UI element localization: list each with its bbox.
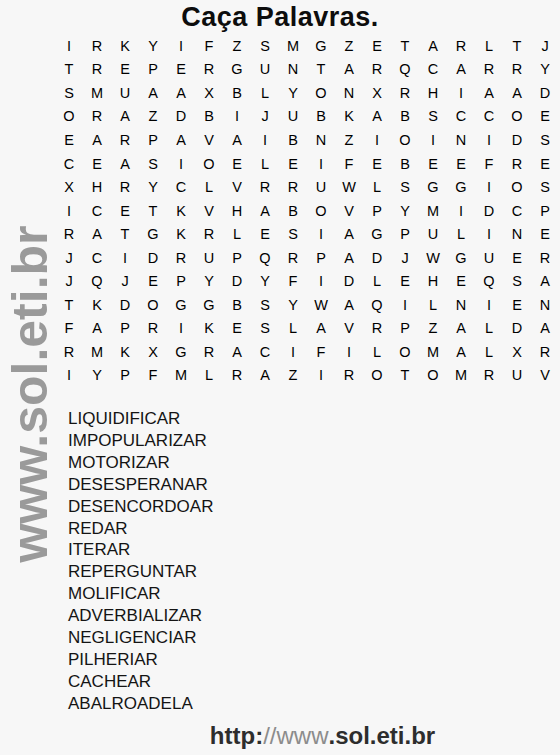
grid-cell-r13c4: R xyxy=(139,317,167,341)
grid-cell-r6c9: E xyxy=(279,152,307,176)
grid-cell-r12c17: E xyxy=(503,293,531,317)
grid-cell-r10c8: Q xyxy=(251,246,279,270)
grid-cell-r7c13: S xyxy=(391,175,419,199)
grid-cell-r6c12: E xyxy=(363,152,391,176)
word-list-item: NEGLIGENCIAR xyxy=(68,627,213,649)
grid-cell-r15c4: F xyxy=(139,364,167,388)
grid-cell-r4c6: B xyxy=(195,105,223,129)
grid-cell-r6c2: E xyxy=(83,152,111,176)
grid-cell-r3c18: D xyxy=(531,81,559,105)
grid-cell-r14c18: R xyxy=(531,340,559,364)
grid-cell-r5c13: O xyxy=(391,128,419,152)
grid-cell-r12c11: A xyxy=(335,293,363,317)
grid-cell-r7c11: W xyxy=(335,175,363,199)
grid-cell-r8c15: I xyxy=(447,199,475,223)
grid-cell-r6c17: R xyxy=(503,152,531,176)
grid-cell-r7c2: H xyxy=(83,175,111,199)
grid-cell-r15c10: I xyxy=(307,364,335,388)
grid-cell-r13c14: Z xyxy=(419,317,447,341)
grid-cell-r6c13: B xyxy=(391,152,419,176)
grid-cell-r8c5: K xyxy=(167,199,195,223)
grid-cell-r1c14: A xyxy=(419,34,447,58)
grid-cell-r15c18: V xyxy=(531,364,559,388)
grid-cell-r9c3: T xyxy=(111,222,139,246)
grid-cell-r13c8: S xyxy=(251,317,279,341)
grid-cell-r6c7: E xyxy=(223,152,251,176)
grid-cell-r2c1: T xyxy=(55,58,83,82)
grid-cell-r9c9: S xyxy=(279,222,307,246)
grid-cell-r15c12: O xyxy=(363,364,391,388)
grid-cell-r12c7: B xyxy=(223,293,251,317)
grid-cell-r3c16: A xyxy=(475,81,503,105)
grid-cell-r8c10: O xyxy=(307,199,335,223)
grid-cell-r10c13: J xyxy=(391,246,419,270)
grid-cell-r8c12: P xyxy=(363,199,391,223)
grid-cell-r4c9: U xyxy=(279,105,307,129)
grid-cell-r2c18: Y xyxy=(531,58,559,82)
grid-cell-r2c17: R xyxy=(503,58,531,82)
grid-cell-r13c13: P xyxy=(391,317,419,341)
grid-cell-r1c2: R xyxy=(83,34,111,58)
grid-cell-r3c6: X xyxy=(195,81,223,105)
grid-cell-r1c15: R xyxy=(447,34,475,58)
grid-cell-r3c4: A xyxy=(139,81,167,105)
grid-cell-r9c16: I xyxy=(475,222,503,246)
grid-cell-r13c6: K xyxy=(195,317,223,341)
grid-cell-r6c16: F xyxy=(475,152,503,176)
grid-cell-r6c11: F xyxy=(335,152,363,176)
grid-cell-r14c13: O xyxy=(391,340,419,364)
word-list-item: CACHEAR xyxy=(68,671,213,693)
grid-cell-r8c11: V xyxy=(335,199,363,223)
grid-cell-r15c1: I xyxy=(55,364,83,388)
grid-cell-r10c5: R xyxy=(167,246,195,270)
grid-cell-r15c6: L xyxy=(195,364,223,388)
grid-cell-r10c6: U xyxy=(195,246,223,270)
grid-cell-r12c8: S xyxy=(251,293,279,317)
grid-cell-r11c10: I xyxy=(307,269,335,293)
grid-cell-r7c7: V xyxy=(223,175,251,199)
grid-cell-r2c15: A xyxy=(447,58,475,82)
grid-cell-r15c3: P xyxy=(111,364,139,388)
grid-cell-r14c3: K xyxy=(111,340,139,364)
grid-cell-r14c12: L xyxy=(363,340,391,364)
grid-cell-r6c14: E xyxy=(419,152,447,176)
grid-cell-r15c16: R xyxy=(475,364,503,388)
grid-cell-r6c18: E xyxy=(531,152,559,176)
grid-cell-r6c3: A xyxy=(111,152,139,176)
grid-cell-r1c10: G xyxy=(307,34,335,58)
grid-cell-r10c16: U xyxy=(475,246,503,270)
grid-cell-r5c6: V xyxy=(195,128,223,152)
grid-cell-r12c15: N xyxy=(447,293,475,317)
grid-cell-r4c1: O xyxy=(55,105,83,129)
grid-cell-r11c1: J xyxy=(55,269,83,293)
grid-cell-r11c4: E xyxy=(139,269,167,293)
grid-cell-r3c2: M xyxy=(83,81,111,105)
grid-cell-r3c8: L xyxy=(251,81,279,105)
grid-cell-r6c5: I xyxy=(167,152,195,176)
grid-cell-r14c15: A xyxy=(447,340,475,364)
grid-cell-r9c13: P xyxy=(391,222,419,246)
grid-cell-r4c14: S xyxy=(419,105,447,129)
grid-cell-r2c12: R xyxy=(363,58,391,82)
grid-cell-r2c6: R xyxy=(195,58,223,82)
grid-cell-r9c14: U xyxy=(419,222,447,246)
grid-cell-r7c14: G xyxy=(419,175,447,199)
grid-cell-r15c15: M xyxy=(447,364,475,388)
grid-cell-r13c10: A xyxy=(307,317,335,341)
grid-cell-r1c12: E xyxy=(363,34,391,58)
grid-cell-r3c11: N xyxy=(335,81,363,105)
word-list-item: IMPOPULARIZAR xyxy=(68,430,213,452)
word-list-item: MOTORIZAR xyxy=(68,452,213,474)
grid-cell-r14c2: M xyxy=(83,340,111,364)
grid-cell-r2c4: P xyxy=(139,58,167,82)
grid-cell-r8c18: P xyxy=(531,199,559,223)
grid-cell-r10c2: C xyxy=(83,246,111,270)
grid-cell-r14c16: L xyxy=(475,340,503,364)
grid-cell-r14c17: X xyxy=(503,340,531,364)
grid-cell-r3c13: R xyxy=(391,81,419,105)
grid-cell-r1c13: T xyxy=(391,34,419,58)
grid-cell-r5c9: B xyxy=(279,128,307,152)
grid-cell-r9c10: I xyxy=(307,222,335,246)
grid-cell-r10c17: E xyxy=(503,246,531,270)
grid-cell-r10c15: G xyxy=(447,246,475,270)
grid-cell-r7c9: R xyxy=(279,175,307,199)
grid-cell-r11c17: S xyxy=(503,269,531,293)
grid-cell-r14c1: R xyxy=(55,340,83,364)
grid-cell-r12c3: D xyxy=(111,293,139,317)
grid-cell-r4c4: Z xyxy=(139,105,167,129)
grid-cell-r13c11: V xyxy=(335,317,363,341)
grid-cell-r14c8: C xyxy=(251,340,279,364)
grid-cell-r5c12: I xyxy=(363,128,391,152)
grid-cell-r2c16: R xyxy=(475,58,503,82)
grid-cell-r5c17: D xyxy=(503,128,531,152)
grid-cell-r8c7: H xyxy=(223,199,251,223)
grid-cell-r3c15: I xyxy=(447,81,475,105)
footer-url-www: //www xyxy=(263,722,328,749)
grid-cell-r1c17: T xyxy=(503,34,531,58)
footer-url-scheme: http: xyxy=(210,722,263,749)
grid-cell-r9c4: G xyxy=(139,222,167,246)
grid-cell-r14c7: A xyxy=(223,340,251,364)
grid-cell-r1c4: Y xyxy=(139,34,167,58)
grid-cell-r8c4: T xyxy=(139,199,167,223)
grid-cell-r12c18: N xyxy=(531,293,559,317)
grid-cell-r15c2: Y xyxy=(83,364,111,388)
grid-cell-r7c10: U xyxy=(307,175,335,199)
grid-cell-r13c9: L xyxy=(279,317,307,341)
grid-cell-r14c10: F xyxy=(307,340,335,364)
grid-cell-r3c14: H xyxy=(419,81,447,105)
grid-cell-r12c4: O xyxy=(139,293,167,317)
grid-cell-r5c2: A xyxy=(83,128,111,152)
grid-cell-r11c13: E xyxy=(391,269,419,293)
grid-cell-r4c16: C xyxy=(475,105,503,129)
grid-cell-r6c4: S xyxy=(139,152,167,176)
grid-cell-r13c17: D xyxy=(503,317,531,341)
grid-cell-r2c2: R xyxy=(83,58,111,82)
grid-cell-r4c17: O xyxy=(503,105,531,129)
letter-grid: IRKYIFZSMGZETARLTJTREPERGUNTARQCARRYSMUA… xyxy=(55,34,559,387)
grid-cell-r8c9: B xyxy=(279,199,307,223)
grid-cell-r2c9: N xyxy=(279,58,307,82)
grid-cell-r1c3: K xyxy=(111,34,139,58)
grid-cell-r14c5: G xyxy=(167,340,195,364)
grid-cell-r6c10: I xyxy=(307,152,335,176)
grid-cell-r13c12: R xyxy=(363,317,391,341)
grid-cell-r4c7: I xyxy=(223,105,251,129)
grid-cell-r3c12: X xyxy=(363,81,391,105)
grid-cell-r1c9: M xyxy=(279,34,307,58)
grid-cell-r13c3: P xyxy=(111,317,139,341)
grid-cell-r2c7: G xyxy=(223,58,251,82)
grid-cell-r7c3: R xyxy=(111,175,139,199)
grid-cell-r1c18: J xyxy=(531,34,559,58)
grid-cell-r14c6: R xyxy=(195,340,223,364)
grid-cell-r11c2: Q xyxy=(83,269,111,293)
grid-cell-r2c14: C xyxy=(419,58,447,82)
grid-cell-r5c10: N xyxy=(307,128,335,152)
grid-cell-r8c17: C xyxy=(503,199,531,223)
grid-cell-r5c1: E xyxy=(55,128,83,152)
word-list-item: ITERAR xyxy=(68,539,213,561)
grid-cell-r1c6: F xyxy=(195,34,223,58)
grid-cell-r5c8: I xyxy=(251,128,279,152)
grid-cell-r9c1: R xyxy=(55,222,83,246)
grid-cell-r4c3: A xyxy=(111,105,139,129)
word-list-item: LIQUIDIFICAR xyxy=(68,408,213,430)
grid-cell-r4c5: D xyxy=(167,105,195,129)
grid-cell-r15c5: M xyxy=(167,364,195,388)
grid-cell-r11c15: E xyxy=(447,269,475,293)
grid-cell-r9c11: A xyxy=(335,222,363,246)
grid-cell-r3c9: Y xyxy=(279,81,307,105)
grid-cell-r11c7: D xyxy=(223,269,251,293)
grid-cell-r1c1: I xyxy=(55,34,83,58)
grid-cell-r10c14: W xyxy=(419,246,447,270)
grid-cell-r9c15: L xyxy=(447,222,475,246)
grid-cell-r7c6: L xyxy=(195,175,223,199)
grid-cell-r9c5: K xyxy=(167,222,195,246)
grid-cell-r7c18: S xyxy=(531,175,559,199)
grid-cell-r6c6: O xyxy=(195,152,223,176)
grid-cell-r11c16: Q xyxy=(475,269,503,293)
grid-cell-r8c16: D xyxy=(475,199,503,223)
word-list-item: ABALROADELA xyxy=(68,693,213,715)
word-list: LIQUIDIFICARIMPOPULARIZARMOTORIZARDESESP… xyxy=(68,408,213,715)
grid-cell-r2c3: E xyxy=(111,58,139,82)
grid-cell-r15c13: T xyxy=(391,364,419,388)
grid-cell-r6c15: E xyxy=(447,152,475,176)
footer-url-domain: .sol.eti.br xyxy=(328,722,435,749)
grid-cell-r5c5: A xyxy=(167,128,195,152)
word-list-item: DESENCORDOAR xyxy=(68,496,213,518)
grid-cell-r12c16: I xyxy=(475,293,503,317)
grid-cell-r3c17: A xyxy=(503,81,531,105)
grid-cell-r5c18: S xyxy=(531,128,559,152)
grid-cell-r3c10: O xyxy=(307,81,335,105)
grid-cell-r8c13: Y xyxy=(391,199,419,223)
grid-cell-r5c16: I xyxy=(475,128,503,152)
grid-cell-r1c5: I xyxy=(167,34,195,58)
grid-cell-r3c5: A xyxy=(167,81,195,105)
grid-cell-r11c14: H xyxy=(419,269,447,293)
grid-cell-r12c2: K xyxy=(83,293,111,317)
grid-cell-r7c4: Y xyxy=(139,175,167,199)
grid-cell-r7c16: I xyxy=(475,175,503,199)
word-list-item: PILHERIAR xyxy=(68,649,213,671)
grid-cell-r10c1: J xyxy=(55,246,83,270)
grid-cell-r12c10: W xyxy=(307,293,335,317)
grid-cell-r13c7: E xyxy=(223,317,251,341)
grid-cell-r4c11: K xyxy=(335,105,363,129)
grid-cell-r6c1: C xyxy=(55,152,83,176)
grid-cell-r13c18: A xyxy=(531,317,559,341)
grid-cell-r2c11: A xyxy=(335,58,363,82)
grid-cell-r7c12: L xyxy=(363,175,391,199)
grid-cell-r15c7: R xyxy=(223,364,251,388)
grid-cell-r8c8: A xyxy=(251,199,279,223)
grid-cell-r2c5: E xyxy=(167,58,195,82)
grid-cell-r11c3: J xyxy=(111,269,139,293)
grid-cell-r5c3: R xyxy=(111,128,139,152)
grid-cell-r10c4: D xyxy=(139,246,167,270)
grid-cell-r13c15: A xyxy=(447,317,475,341)
grid-cell-r1c7: Z xyxy=(223,34,251,58)
grid-cell-r14c14: M xyxy=(419,340,447,364)
grid-cell-r7c15: G xyxy=(447,175,475,199)
grid-cell-r2c10: T xyxy=(307,58,335,82)
grid-cell-r11c6: Y xyxy=(195,269,223,293)
grid-cell-r8c6: V xyxy=(195,199,223,223)
grid-cell-r14c11: I xyxy=(335,340,363,364)
grid-cell-r1c16: L xyxy=(475,34,503,58)
grid-cell-r10c7: P xyxy=(223,246,251,270)
grid-cell-r12c1: T xyxy=(55,293,83,317)
grid-cell-r10c3: I xyxy=(111,246,139,270)
grid-cell-r9c18: E xyxy=(531,222,559,246)
grid-cell-r3c3: U xyxy=(111,81,139,105)
grid-cell-r11c11: D xyxy=(335,269,363,293)
grid-cell-r13c2: A xyxy=(83,317,111,341)
grid-cell-r13c1: F xyxy=(55,317,83,341)
word-list-item: DESESPERANAR xyxy=(68,474,213,496)
grid-cell-r12c13: I xyxy=(391,293,419,317)
grid-cell-r5c14: I xyxy=(419,128,447,152)
grid-cell-r4c12: A xyxy=(363,105,391,129)
grid-cell-r3c1: S xyxy=(55,81,83,105)
grid-cell-r4c10: B xyxy=(307,105,335,129)
grid-cell-r5c4: P xyxy=(139,128,167,152)
grid-cell-r9c6: R xyxy=(195,222,223,246)
grid-cell-r11c8: Y xyxy=(251,269,279,293)
grid-cell-r4c8: J xyxy=(251,105,279,129)
grid-cell-r10c10: P xyxy=(307,246,335,270)
grid-cell-r4c2: R xyxy=(83,105,111,129)
grid-cell-r12c12: Q xyxy=(363,293,391,317)
grid-cell-r15c14: O xyxy=(419,364,447,388)
grid-cell-r9c17: N xyxy=(503,222,531,246)
grid-cell-r5c11: Z xyxy=(335,128,363,152)
word-list-item: REPERGUNTAR xyxy=(68,561,213,583)
grid-cell-r10c9: R xyxy=(279,246,307,270)
grid-cell-r9c8: E xyxy=(251,222,279,246)
grid-cell-r10c11: A xyxy=(335,246,363,270)
footer-url: http://www.sol.eti.br xyxy=(0,722,560,750)
grid-cell-r3c7: B xyxy=(223,81,251,105)
grid-cell-r8c14: M xyxy=(419,199,447,223)
grid-cell-r14c9: I xyxy=(279,340,307,364)
grid-cell-r11c5: P xyxy=(167,269,195,293)
worksheet-page: Caça Palavras. IRKYIFZSMGZETARLTJTREPERG… xyxy=(0,0,560,755)
grid-cell-r11c12: L xyxy=(363,269,391,293)
grid-cell-r4c15: C xyxy=(447,105,475,129)
grid-cell-r7c5: C xyxy=(167,175,195,199)
grid-cell-r10c18: R xyxy=(531,246,559,270)
grid-cell-r11c9: F xyxy=(279,269,307,293)
grid-cell-r12c5: G xyxy=(167,293,195,317)
grid-cell-r9c12: G xyxy=(363,222,391,246)
grid-cell-r8c2: C xyxy=(83,199,111,223)
grid-cell-r12c14: L xyxy=(419,293,447,317)
grid-cell-r2c13: Q xyxy=(391,58,419,82)
grid-cell-r15c11: R xyxy=(335,364,363,388)
grid-cell-r13c5: I xyxy=(167,317,195,341)
grid-cell-r8c3: E xyxy=(111,199,139,223)
grid-cell-r9c2: A xyxy=(83,222,111,246)
word-list-item: ADVERBIALIZAR xyxy=(68,605,213,627)
grid-cell-r4c18: E xyxy=(531,105,559,129)
word-list-item: MOLIFICAR xyxy=(68,583,213,605)
grid-cell-r1c8: S xyxy=(251,34,279,58)
grid-cell-r7c8: R xyxy=(251,175,279,199)
grid-cell-r9c7: L xyxy=(223,222,251,246)
grid-cell-r11c18: A xyxy=(531,269,559,293)
grid-cell-r12c9: Y xyxy=(279,293,307,317)
grid-cell-r15c9: Z xyxy=(279,364,307,388)
grid-cell-r8c1: I xyxy=(55,199,83,223)
grid-cell-r7c1: X xyxy=(55,175,83,199)
grid-cell-r5c15: N xyxy=(447,128,475,152)
grid-cell-r12c6: G xyxy=(195,293,223,317)
grid-cell-r15c8: A xyxy=(251,364,279,388)
grid-cell-r1c11: Z xyxy=(335,34,363,58)
grid-cell-r13c16: L xyxy=(475,317,503,341)
watermark-site-url: www.sol.eti.br xyxy=(1,225,59,562)
grid-cell-r10c12: D xyxy=(363,246,391,270)
puzzle-title: Caça Palavras. xyxy=(0,2,560,33)
grid-cell-r6c8: L xyxy=(251,152,279,176)
grid-cell-r2c8: U xyxy=(251,58,279,82)
grid-cell-r5c7: A xyxy=(223,128,251,152)
word-list-item: REDAR xyxy=(68,518,213,540)
grid-cell-r15c17: U xyxy=(503,364,531,388)
grid-cell-r4c13: B xyxy=(391,105,419,129)
grid-cell-r14c4: X xyxy=(139,340,167,364)
grid-cell-r7c17: O xyxy=(503,175,531,199)
